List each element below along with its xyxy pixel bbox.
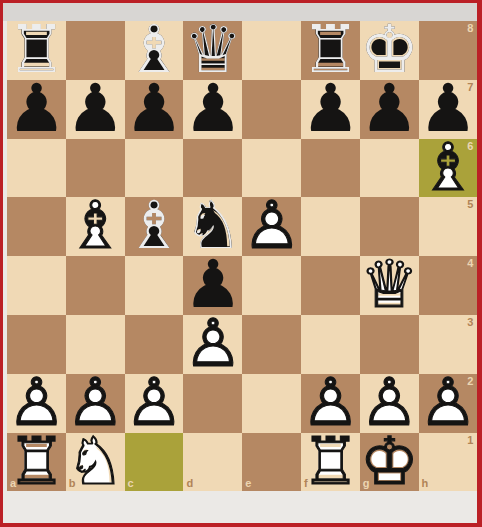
piece-glyph-outline: ♕ xyxy=(360,256,419,315)
rank-label-4: 4 xyxy=(467,258,473,269)
white-knight[interactable]: ♞♘ xyxy=(66,433,125,492)
square-a5[interactable] xyxy=(7,197,66,256)
piece-glyph-fill: ♟ xyxy=(7,374,66,433)
square-g6[interactable] xyxy=(360,139,419,198)
black-king[interactable]: ♚♔ xyxy=(360,21,419,80)
white-pawn[interactable]: ♟♙ xyxy=(7,374,66,433)
square-a7[interactable]: ♟ xyxy=(7,80,66,139)
piece-glyph-outline: ♔ xyxy=(360,433,419,492)
square-c8[interactable]: ♝♗ xyxy=(125,21,184,80)
square-a3[interactable] xyxy=(7,315,66,374)
white-pawn[interactable]: ♟♙ xyxy=(242,197,301,256)
piece-glyph-fill: ♛ xyxy=(360,256,419,315)
square-d5[interactable]: ♞♘ xyxy=(183,197,242,256)
top-margin xyxy=(3,3,477,21)
piece-glyph-fill: ♟ xyxy=(301,374,360,433)
square-f6[interactable] xyxy=(301,139,360,198)
square-a2[interactable]: ♟♙ xyxy=(7,374,66,433)
piece-glyph-fill: ♟ xyxy=(183,256,242,315)
piece-glyph-outline: ♖ xyxy=(7,21,66,80)
square-g3[interactable] xyxy=(360,315,419,374)
piece-glyph-outline: ♙ xyxy=(301,374,360,433)
square-g2[interactable]: ♟♙ xyxy=(360,374,419,433)
piece-glyph-fill: ♚ xyxy=(360,21,419,80)
piece-glyph-fill: ♜ xyxy=(7,433,66,492)
piece-glyph-fill: ♟ xyxy=(360,80,419,139)
black-pawn[interactable]: ♟ xyxy=(183,256,242,315)
piece-glyph-outline: ♕ xyxy=(183,21,242,80)
square-g8[interactable]: ♚♔ xyxy=(360,21,419,80)
piece-glyph-fill: ♟ xyxy=(419,374,478,433)
square-c6[interactable] xyxy=(125,139,184,198)
square-e2[interactable] xyxy=(242,374,301,433)
white-bishop[interactable]: ♝♗ xyxy=(66,197,125,256)
square-f4[interactable] xyxy=(301,256,360,315)
rank-label-8: 8 xyxy=(467,23,473,34)
square-f3[interactable] xyxy=(301,315,360,374)
white-rook[interactable]: ♜♖ xyxy=(301,433,360,492)
square-b1[interactable]: ♞♘b xyxy=(66,433,125,492)
square-a1[interactable]: ♜♖a xyxy=(7,433,66,492)
piece-glyph-fill: ♟ xyxy=(7,80,66,139)
square-h5[interactable]: 5 xyxy=(419,197,478,256)
square-h7[interactable]: ♟7 xyxy=(419,80,478,139)
piece-glyph-fill: ♝ xyxy=(419,139,478,198)
piece-glyph-fill: ♝ xyxy=(125,21,184,80)
square-a4[interactable] xyxy=(7,256,66,315)
square-c2[interactable]: ♟♙ xyxy=(125,374,184,433)
piece-glyph-outline: ♔ xyxy=(360,21,419,80)
file-label-d: d xyxy=(186,478,193,489)
white-rook[interactable]: ♜♖ xyxy=(7,433,66,492)
square-b3[interactable] xyxy=(66,315,125,374)
square-e3[interactable] xyxy=(242,315,301,374)
square-h8[interactable]: 8 xyxy=(419,21,478,80)
square-f7[interactable]: ♟ xyxy=(301,80,360,139)
rank-label-3: 3 xyxy=(467,317,473,328)
black-rook[interactable]: ♜♖ xyxy=(7,21,66,80)
piece-glyph-fill: ♟ xyxy=(419,80,478,139)
square-g1[interactable]: ♚♔g xyxy=(360,433,419,492)
white-pawn[interactable]: ♟♙ xyxy=(301,374,360,433)
white-king[interactable]: ♚♔ xyxy=(360,433,419,492)
piece-glyph-fill: ♟ xyxy=(360,374,419,433)
square-h3[interactable]: 3 xyxy=(419,315,478,374)
piece-glyph-outline: ♖ xyxy=(301,21,360,80)
piece-glyph-fill: ♜ xyxy=(301,21,360,80)
square-f2[interactable]: ♟♙ xyxy=(301,374,360,433)
black-knight[interactable]: ♞♘ xyxy=(183,197,242,256)
piece-glyph-outline: ♙ xyxy=(360,374,419,433)
file-label-e: e xyxy=(245,478,251,489)
square-d4[interactable]: ♟ xyxy=(183,256,242,315)
white-pawn[interactable]: ♟♙ xyxy=(125,374,184,433)
piece-glyph-fill: ♞ xyxy=(66,433,125,492)
piece-glyph-fill: ♜ xyxy=(7,21,66,80)
black-queen[interactable]: ♛♕ xyxy=(183,21,242,80)
piece-glyph-fill: ♟ xyxy=(66,80,125,139)
white-pawn[interactable]: ♟♙ xyxy=(66,374,125,433)
black-rook[interactable]: ♜♖ xyxy=(301,21,360,80)
square-h4[interactable]: 4 xyxy=(419,256,478,315)
square-f5[interactable] xyxy=(301,197,360,256)
piece-glyph-fill: ♚ xyxy=(360,433,419,492)
piece-glyph-outline: ♙ xyxy=(125,374,184,433)
square-d3[interactable]: ♟♙ xyxy=(183,315,242,374)
piece-glyph-fill: ♟ xyxy=(66,374,125,433)
square-c3[interactable] xyxy=(125,315,184,374)
black-pawn[interactable]: ♟ xyxy=(125,80,184,139)
square-c1[interactable]: c xyxy=(125,433,184,492)
rank-label-5: 5 xyxy=(467,199,473,210)
white-pawn[interactable]: ♟♙ xyxy=(183,315,242,374)
square-c7[interactable]: ♟ xyxy=(125,80,184,139)
piece-glyph-fill: ♝ xyxy=(125,197,184,256)
piece-glyph-fill: ♛ xyxy=(183,21,242,80)
piece-glyph-fill: ♝ xyxy=(66,197,125,256)
square-d7[interactable]: ♟ xyxy=(183,80,242,139)
square-a6[interactable] xyxy=(7,139,66,198)
piece-glyph-outline: ♗ xyxy=(125,21,184,80)
square-h2[interactable]: ♟♙2 xyxy=(419,374,478,433)
square-b8[interactable] xyxy=(66,21,125,80)
piece-glyph-outline: ♙ xyxy=(66,374,125,433)
piece-glyph-outline: ♙ xyxy=(183,315,242,374)
square-b6[interactable] xyxy=(66,139,125,198)
square-h6[interactable]: ♝♗6 xyxy=(419,139,478,198)
piece-glyph-outline: ♘ xyxy=(183,197,242,256)
square-a8[interactable]: ♜♖ xyxy=(7,21,66,80)
square-e4[interactable] xyxy=(242,256,301,315)
file-label-c: c xyxy=(128,478,134,489)
black-pawn[interactable]: ♟ xyxy=(301,80,360,139)
square-e5[interactable]: ♟♙ xyxy=(242,197,301,256)
piece-glyph-fill: ♟ xyxy=(125,374,184,433)
square-h1[interactable]: 1h xyxy=(419,433,478,492)
piece-glyph-fill: ♜ xyxy=(301,433,360,492)
square-b7[interactable]: ♟ xyxy=(66,80,125,139)
piece-glyph-outline: ♗ xyxy=(66,197,125,256)
square-e7[interactable] xyxy=(242,80,301,139)
square-e6[interactable] xyxy=(242,139,301,198)
black-pawn[interactable]: ♟ xyxy=(7,80,66,139)
square-b5[interactable]: ♝♗ xyxy=(66,197,125,256)
piece-glyph-fill: ♞ xyxy=(183,197,242,256)
square-e1[interactable]: e xyxy=(242,433,301,492)
piece-glyph-outline: ♙ xyxy=(419,374,478,433)
piece-glyph-outline: ♙ xyxy=(242,197,301,256)
black-bishop[interactable]: ♝♗ xyxy=(125,21,184,80)
file-label-h: h xyxy=(422,478,429,489)
black-pawn[interactable]: ♟ xyxy=(183,80,242,139)
square-f8[interactable]: ♜♖ xyxy=(301,21,360,80)
square-d2[interactable] xyxy=(183,374,242,433)
square-c5[interactable]: ♝♗ xyxy=(125,197,184,256)
black-pawn[interactable]: ♟ xyxy=(419,80,478,139)
white-bishop[interactable]: ♝♗ xyxy=(419,139,478,198)
piece-glyph-fill: ♟ xyxy=(242,197,301,256)
piece-glyph-outline: ♗ xyxy=(419,139,478,198)
square-d6[interactable] xyxy=(183,139,242,198)
square-d8[interactable]: ♛♕ xyxy=(183,21,242,80)
square-g4[interactable]: ♛♕ xyxy=(360,256,419,315)
square-e8[interactable] xyxy=(242,21,301,80)
square-b2[interactable]: ♟♙ xyxy=(66,374,125,433)
square-b4[interactable] xyxy=(66,256,125,315)
piece-glyph-outline: ♖ xyxy=(301,433,360,492)
black-bishop[interactable]: ♝♗ xyxy=(125,197,184,256)
white-pawn[interactable]: ♟♙ xyxy=(419,374,478,433)
black-pawn[interactable]: ♟ xyxy=(66,80,125,139)
square-f1[interactable]: ♜♖f xyxy=(301,433,360,492)
piece-glyph-fill: ♟ xyxy=(301,80,360,139)
piece-glyph-outline: ♗ xyxy=(125,197,184,256)
piece-glyph-outline: ♖ xyxy=(7,433,66,492)
square-g7[interactable]: ♟ xyxy=(360,80,419,139)
black-pawn[interactable]: ♟ xyxy=(360,80,419,139)
square-g5[interactable] xyxy=(360,197,419,256)
white-pawn[interactable]: ♟♙ xyxy=(360,374,419,433)
square-d1[interactable]: d xyxy=(183,433,242,492)
piece-glyph-outline: ♘ xyxy=(66,433,125,492)
rank-label-1: 1 xyxy=(467,435,473,446)
piece-glyph-fill: ♟ xyxy=(183,315,242,374)
square-c4[interactable] xyxy=(125,256,184,315)
chess-board: ♜♖♝♗♛♕♜♖♚♔8♟♟♟♟♟♟♟7♝♗6♝♗♝♗♞♘♟♙5♟♛♕4♟♙3♟♙… xyxy=(7,21,477,491)
piece-glyph-fill: ♟ xyxy=(183,80,242,139)
piece-glyph-fill: ♟ xyxy=(125,80,184,139)
piece-glyph-outline: ♙ xyxy=(7,374,66,433)
white-queen[interactable]: ♛♕ xyxy=(360,256,419,315)
